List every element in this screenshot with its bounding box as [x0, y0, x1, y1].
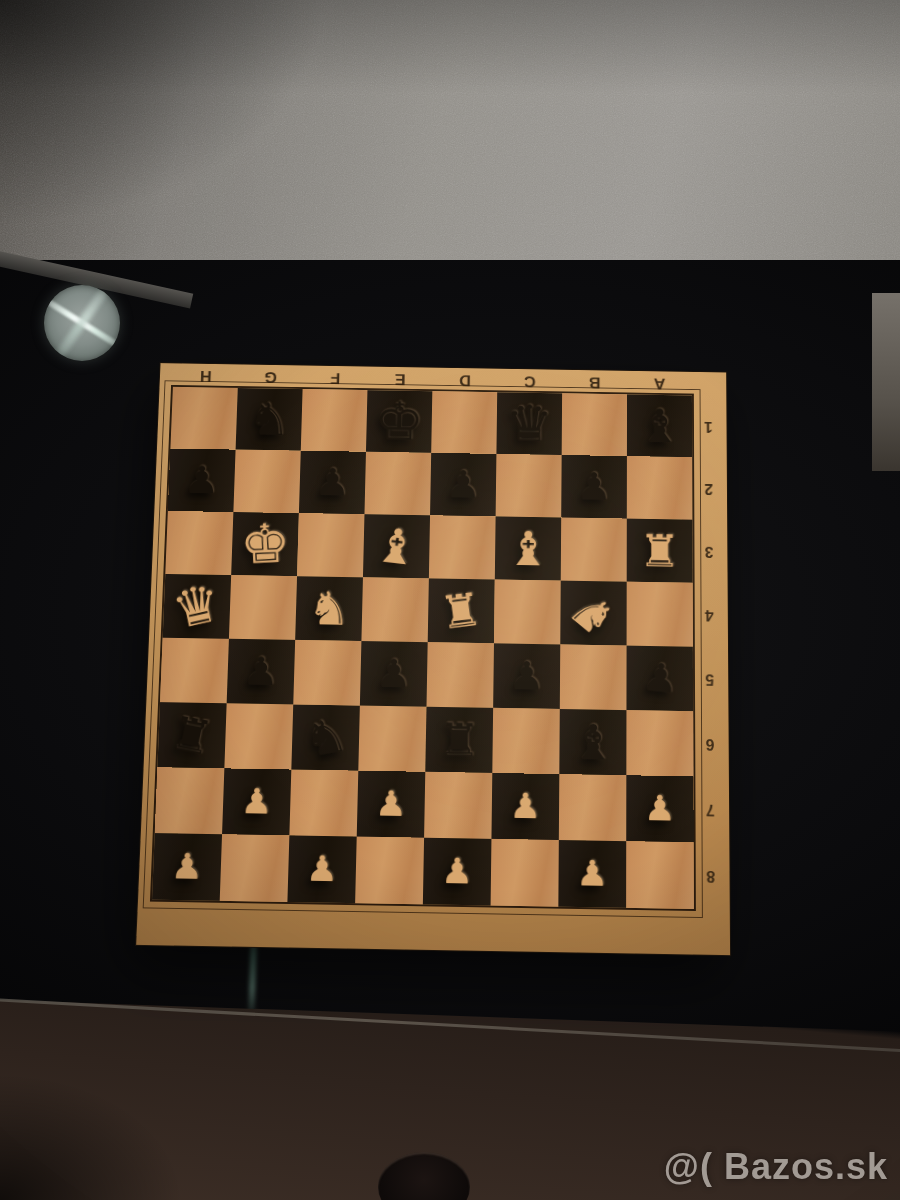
- square-d3: [429, 515, 496, 579]
- piece-white-pawn: ♟: [644, 791, 676, 826]
- square-c1: ♛: [496, 392, 562, 455]
- piece-white-pawn: ♟: [170, 849, 203, 885]
- square-h5: [160, 638, 229, 704]
- square-g3: ♚: [231, 512, 299, 576]
- piece-black-bishop: ♝: [570, 717, 615, 767]
- piece-white-pawn: ♟: [441, 854, 474, 890]
- square-b6: ♝: [559, 709, 626, 775]
- square-b4: ♞: [560, 581, 626, 646]
- piece-black-rook: ♜: [438, 716, 481, 763]
- piece-black-rook: ♜: [166, 709, 217, 762]
- piece-white-pawn: ♟: [306, 851, 339, 887]
- piece-black-knight: ♞: [300, 710, 351, 764]
- metal-disc: [44, 285, 120, 361]
- piece-white-rook: ♜: [639, 528, 681, 573]
- board-grid: ♞♚♛♝♟♟♟♟♚♝♝♜♛♞♜♞♟♟♟♟♜♞♜♝♟♟♟♟♟♟♟♟: [152, 387, 694, 909]
- watermark: @( Bazos.sk: [664, 1146, 888, 1188]
- square-a6: [626, 710, 693, 776]
- piece-black-pawn: ♟: [509, 656, 545, 695]
- square-c8: [491, 839, 559, 907]
- file-label-C: C: [497, 370, 562, 393]
- square-g8: [220, 834, 290, 902]
- file-label-E: E: [367, 367, 432, 390]
- piece-black-pawn: ♟: [314, 463, 350, 501]
- piece-black-bishop: ♝: [638, 402, 682, 449]
- piece-black-pawn: ♟: [183, 461, 220, 499]
- file-label-A: A: [627, 372, 692, 395]
- square-a2: [627, 456, 693, 520]
- square-d8: ♟: [423, 838, 492, 906]
- square-f3: [297, 513, 364, 577]
- piece-white-rook: ♜: [438, 586, 485, 636]
- square-g5: ♟: [227, 639, 296, 705]
- file-label-D: D: [432, 369, 497, 392]
- square-b8: ♟: [558, 840, 626, 908]
- rank-labels: 12345678: [695, 395, 725, 909]
- square-f8: ♟: [287, 835, 356, 903]
- file-label-B: B: [562, 371, 627, 394]
- piece-black-queen: ♛: [505, 398, 553, 449]
- piece-white-king: ♚: [239, 516, 291, 572]
- rank-label-2: 2: [695, 457, 722, 520]
- piece-white-pawn: ♟: [240, 784, 273, 819]
- square-h6: ♜: [157, 702, 226, 768]
- square-e1: ♚: [366, 390, 432, 453]
- square-f4: ♞: [295, 576, 363, 641]
- square-d6: ♜: [425, 707, 493, 773]
- piece-black-pawn: ♟: [375, 654, 412, 693]
- square-c5: ♟: [493, 643, 560, 709]
- square-d2: ♟: [430, 453, 496, 517]
- square-a3: ♜: [627, 519, 693, 583]
- rank-label-1: 1: [695, 395, 722, 457]
- piece-black-king: ♚: [374, 395, 425, 449]
- piece-black-pawn: ♟: [445, 465, 481, 503]
- square-a7: ♟: [626, 775, 693, 842]
- rank-label-5: 5: [696, 647, 724, 712]
- square-e2: [364, 452, 431, 516]
- piece-white-bishop: ♝: [372, 520, 422, 572]
- square-a1: ♝: [627, 394, 692, 457]
- square-f2: ♟: [299, 451, 366, 515]
- square-b2: ♟: [561, 455, 627, 519]
- piece-white-pawn: ♟: [375, 786, 408, 821]
- piece-white-queen: ♛: [168, 576, 226, 637]
- square-e4: [361, 577, 428, 642]
- square-h1: [170, 387, 237, 450]
- piece-black-pawn: ♟: [640, 657, 679, 699]
- square-g2: [233, 450, 300, 513]
- square-e7: ♟: [357, 771, 426, 838]
- piece-black-pawn: ♟: [242, 652, 279, 691]
- square-d1: [431, 391, 497, 454]
- piece-white-knight: ♞: [561, 584, 624, 646]
- rank-label-8: 8: [697, 842, 725, 909]
- square-b1: [562, 393, 627, 456]
- square-h8: ♟: [152, 833, 222, 901]
- square-a5: ♟: [626, 646, 693, 712]
- square-e6: [358, 706, 426, 772]
- piece-white-pawn: ♟: [576, 856, 608, 892]
- piece-black-knight: ♞: [247, 397, 290, 442]
- file-label-G: G: [238, 365, 303, 388]
- square-c4: [494, 580, 561, 645]
- square-e3: ♝: [363, 514, 430, 578]
- rank-label-7: 7: [696, 776, 724, 842]
- chess-board: HGFEDCBA 12345678 ♞♚♛♝♟♟♟♟♚♝♝♜♛♞♜♞♟♟♟♟♜♞…: [136, 363, 730, 955]
- square-h2: ♟: [168, 449, 236, 512]
- rank-label-6: 6: [696, 711, 724, 777]
- piece-white-bishop: ♝: [506, 524, 551, 572]
- square-b7: [559, 774, 627, 841]
- square-e5: ♟: [360, 641, 428, 707]
- square-a4: [627, 582, 693, 647]
- square-d7: [424, 772, 492, 839]
- square-f1: [301, 389, 368, 452]
- file-label-F: F: [303, 366, 368, 389]
- square-c6: [492, 708, 559, 774]
- square-b3: [561, 517, 627, 581]
- square-c2: [496, 454, 562, 518]
- square-g1: ♞: [236, 388, 303, 451]
- square-f6: ♞: [291, 704, 360, 770]
- square-h3: [165, 511, 233, 575]
- rank-label-3: 3: [695, 520, 722, 584]
- square-f7: [289, 770, 358, 837]
- square-g7: ♟: [222, 768, 291, 835]
- square-c3: ♝: [495, 516, 561, 580]
- square-g4: [229, 575, 297, 640]
- file-label-H: H: [173, 364, 239, 387]
- square-h4: ♛: [163, 574, 231, 639]
- square-d5: [426, 642, 493, 708]
- rank-label-4: 4: [696, 583, 724, 647]
- square-a8: [626, 841, 694, 909]
- square-h7: [155, 767, 225, 834]
- square-g6: [224, 703, 293, 769]
- wall-corner-strip: [872, 293, 900, 471]
- square-e8: [355, 837, 424, 905]
- piece-black-pawn: ♟: [576, 468, 612, 506]
- square-c7: ♟: [491, 773, 559, 840]
- square-b5: [560, 644, 627, 710]
- piece-white-pawn: ♟: [509, 789, 541, 824]
- piece-white-knight: ♞: [307, 585, 351, 632]
- floor-shadow-corner: [0, 1020, 260, 1200]
- square-d4: ♜: [428, 578, 495, 643]
- square-f5: [293, 640, 361, 706]
